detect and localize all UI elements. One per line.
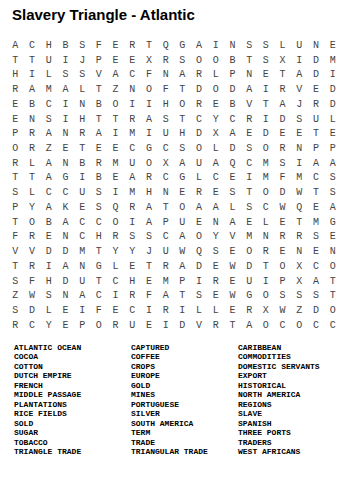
grid-cell-r1c17[interactable]: L (274, 38, 291, 53)
grid-cell-r4c3[interactable]: M (40, 82, 57, 97)
grid-cell-r16c11[interactable]: A (174, 259, 191, 274)
grid-cell-r5c2[interactable]: B (24, 97, 41, 112)
grid-cell-r15c2[interactable]: V (24, 244, 41, 259)
grid-cell-r6c1[interactable]: E (7, 112, 24, 127)
grid-cell-r18c5[interactable]: A (74, 288, 91, 303)
grid-cell-r9c11[interactable]: A (174, 156, 191, 171)
grid-cell-r14c16[interactable]: N (258, 230, 275, 245)
grid-cell-r9c20[interactable]: A (324, 156, 341, 171)
grid-cell-r7c12[interactable]: D (191, 126, 208, 141)
grid-cell-r13c6[interactable]: C (91, 215, 108, 230)
grid-cell-r14c20[interactable]: E (324, 230, 341, 245)
grid-cell-r18c8[interactable]: R (124, 288, 141, 303)
grid-cell-r15c14[interactable]: E (224, 244, 241, 259)
grid-cell-r19c6[interactable]: F (91, 303, 108, 318)
grid-cell-r7c11[interactable]: H (174, 126, 191, 141)
grid-cell-r18c20[interactable]: T (324, 288, 341, 303)
grid-cell-r15c9[interactable]: J (141, 244, 158, 259)
grid-cell-r5c18[interactable]: J (291, 97, 308, 112)
grid-cell-r2c4[interactable]: I (57, 53, 74, 68)
grid-cell-r5c8[interactable]: I (124, 97, 141, 112)
grid-cell-r1c18[interactable]: U (291, 38, 308, 53)
grid-cell-r12c3[interactable]: A (40, 200, 57, 215)
grid-cell-r15c11[interactable]: W (174, 244, 191, 259)
grid-cell-r11c6[interactable]: S (91, 185, 108, 200)
grid-cell-r17c19[interactable]: A (308, 274, 325, 289)
grid-cell-r11c18[interactable]: W (291, 185, 308, 200)
grid-cell-r10c15[interactable]: I (241, 171, 258, 186)
grid-cell-r2c5[interactable]: J (74, 53, 91, 68)
grid-cell-r20c10[interactable]: I (157, 318, 174, 333)
grid-cell-r17c6[interactable]: T (91, 274, 108, 289)
grid-cell-r7c2[interactable]: R (24, 126, 41, 141)
grid-cell-r18c14[interactable]: W (224, 288, 241, 303)
grid-cell-r13c17[interactable]: E (274, 215, 291, 230)
grid-cell-r14c1[interactable]: F (7, 230, 24, 245)
grid-cell-r15c15[interactable]: O (241, 244, 258, 259)
grid-cell-r5c10[interactable]: H (157, 97, 174, 112)
grid-cell-r17c5[interactable]: U (74, 274, 91, 289)
grid-cell-r8c19[interactable]: P (308, 141, 325, 156)
grid-cell-r17c18[interactable]: X (291, 274, 308, 289)
grid-cell-r3c10[interactable]: N (157, 67, 174, 82)
grid-cell-r11c7[interactable]: I (107, 185, 124, 200)
grid-cell-r20c11[interactable]: D (174, 318, 191, 333)
grid-cell-r15c1[interactable]: V (7, 244, 24, 259)
grid-cell-r5c17[interactable]: A (274, 97, 291, 112)
grid-cell-r19c8[interactable]: C (124, 303, 141, 318)
grid-cell-r18c3[interactable]: S (40, 288, 57, 303)
grid-cell-r11c13[interactable]: E (207, 185, 224, 200)
grid-cell-r4c16[interactable]: I (258, 82, 275, 97)
grid-cell-r12c1[interactable]: P (7, 200, 24, 215)
grid-cell-r7c18[interactable]: E (291, 126, 308, 141)
grid-cell-r16c19[interactable]: C (308, 259, 325, 274)
grid-cell-r8c1[interactable]: O (7, 141, 24, 156)
grid-cell-r6c10[interactable]: S (157, 112, 174, 127)
grid-cell-r8c12[interactable]: O (191, 141, 208, 156)
grid-cell-r5c9[interactable]: I (141, 97, 158, 112)
grid-cell-r20c17[interactable]: C (274, 318, 291, 333)
grid-cell-r8c11[interactable]: S (174, 141, 191, 156)
grid-cell-r2c18[interactable]: I (291, 53, 308, 68)
word-search-grid[interactable]: ACHBSFERTQGAINSSLUNETTUIJPEEXRSOOBTSXIDM… (7, 38, 341, 333)
grid-cell-r17c15[interactable]: U (241, 274, 258, 289)
grid-cell-r7c3[interactable]: A (40, 126, 57, 141)
grid-cell-r7c10[interactable]: U (157, 126, 174, 141)
grid-cell-r8c4[interactable]: E (57, 141, 74, 156)
grid-cell-r1c16[interactable]: S (258, 38, 275, 53)
grid-cell-r11c20[interactable]: S (324, 185, 341, 200)
grid-cell-r19c17[interactable]: W (274, 303, 291, 318)
grid-cell-r2c12[interactable]: O (191, 53, 208, 68)
grid-cell-r17c20[interactable]: T (324, 274, 341, 289)
grid-cell-r1c11[interactable]: G (174, 38, 191, 53)
grid-cell-r13c1[interactable]: T (7, 215, 24, 230)
grid-cell-r12c16[interactable]: C (258, 200, 275, 215)
grid-cell-r20c13[interactable]: R (207, 318, 224, 333)
grid-cell-r11c5[interactable]: U (74, 185, 91, 200)
grid-cell-r19c14[interactable]: E (224, 303, 241, 318)
grid-cell-r14c3[interactable]: E (40, 230, 57, 245)
grid-cell-r6c11[interactable]: T (174, 112, 191, 127)
grid-cell-r19c10[interactable]: R (157, 303, 174, 318)
grid-cell-r10c6[interactable]: B (91, 171, 108, 186)
grid-cell-r19c7[interactable]: E (107, 303, 124, 318)
grid-cell-r11c11[interactable]: E (174, 185, 191, 200)
grid-cell-r3c5[interactable]: S (74, 67, 91, 82)
grid-cell-r10c9[interactable]: R (141, 171, 158, 186)
grid-cell-r19c19[interactable]: D (308, 303, 325, 318)
grid-cell-r1c2[interactable]: C (24, 38, 41, 53)
grid-cell-r2c3[interactable]: U (40, 53, 57, 68)
grid-cell-r10c16[interactable]: M (258, 171, 275, 186)
grid-cell-r6c13[interactable]: Y (207, 112, 224, 127)
grid-cell-r15c16[interactable]: R (258, 244, 275, 259)
grid-cell-r7c17[interactable]: E (274, 126, 291, 141)
grid-cell-r4c8[interactable]: N (124, 82, 141, 97)
grid-cell-r9c18[interactable]: I (291, 156, 308, 171)
grid-cell-r11c16[interactable]: O (258, 185, 275, 200)
grid-cell-r11c8[interactable]: M (124, 185, 141, 200)
grid-cell-r7c16[interactable]: D (258, 126, 275, 141)
grid-cell-r2c17[interactable]: X (274, 53, 291, 68)
grid-cell-r1c8[interactable]: R (124, 38, 141, 53)
grid-cell-r16c6[interactable]: G (91, 259, 108, 274)
grid-cell-r11c19[interactable]: T (308, 185, 325, 200)
grid-cell-r2c13[interactable]: O (207, 53, 224, 68)
grid-cell-r9c16[interactable]: M (258, 156, 275, 171)
grid-cell-r3c19[interactable]: D (308, 67, 325, 82)
grid-cell-r4c5[interactable]: L (74, 82, 91, 97)
grid-cell-r18c1[interactable]: Z (7, 288, 24, 303)
grid-cell-r8c8[interactable]: C (124, 141, 141, 156)
grid-cell-r4c11[interactable]: T (174, 82, 191, 97)
grid-cell-r10c5[interactable]: I (74, 171, 91, 186)
grid-cell-r14c6[interactable]: H (91, 230, 108, 245)
grid-cell-r13c11[interactable]: U (174, 215, 191, 230)
grid-cell-r16c9[interactable]: T (141, 259, 158, 274)
grid-cell-r11c9[interactable]: H (141, 185, 158, 200)
grid-cell-r5c19[interactable]: R (308, 97, 325, 112)
grid-cell-r8c13[interactable]: L (207, 141, 224, 156)
grid-cell-r20c6[interactable]: O (91, 318, 108, 333)
grid-cell-r2c6[interactable]: P (91, 53, 108, 68)
grid-cell-r15c4[interactable]: D (57, 244, 74, 259)
grid-cell-r1c5[interactable]: S (74, 38, 91, 53)
grid-cell-r1c12[interactable]: A (191, 38, 208, 53)
grid-cell-r20c8[interactable]: U (124, 318, 141, 333)
grid-cell-r4c19[interactable]: E (308, 82, 325, 97)
grid-cell-r18c10[interactable]: A (157, 288, 174, 303)
grid-cell-r5c12[interactable]: R (191, 97, 208, 112)
grid-cell-r8c5[interactable]: T (74, 141, 91, 156)
grid-cell-r16c10[interactable]: R (157, 259, 174, 274)
grid-cell-r10c3[interactable]: A (40, 171, 57, 186)
grid-cell-r9c15[interactable]: C (241, 156, 258, 171)
grid-cell-r1c14[interactable]: N (224, 38, 241, 53)
grid-cell-r9c4[interactable]: N (57, 156, 74, 171)
grid-cell-r1c19[interactable]: N (308, 38, 325, 53)
grid-cell-r17c3[interactable]: H (40, 274, 57, 289)
grid-cell-r9c14[interactable]: Q (224, 156, 241, 171)
grid-cell-r16c7[interactable]: L (107, 259, 124, 274)
grid-cell-r20c18[interactable]: O (291, 318, 308, 333)
grid-cell-r2c1[interactable]: T (7, 53, 24, 68)
grid-cell-r5c3[interactable]: C (40, 97, 57, 112)
grid-cell-r11c3[interactable]: C (40, 185, 57, 200)
grid-cell-r13c20[interactable]: G (324, 215, 341, 230)
grid-cell-r14c4[interactable]: N (57, 230, 74, 245)
grid-cell-r9c10[interactable]: X (157, 156, 174, 171)
grid-cell-r3c2[interactable]: I (24, 67, 41, 82)
grid-cell-r5c20[interactable]: D (324, 97, 341, 112)
grid-cell-r7c15[interactable]: E (241, 126, 258, 141)
grid-cell-r3c9[interactable]: F (141, 67, 158, 82)
grid-cell-r18c15[interactable]: G (241, 288, 258, 303)
grid-cell-r3c15[interactable]: N (241, 67, 258, 82)
grid-cell-r5c11[interactable]: O (174, 97, 191, 112)
grid-cell-r7c7[interactable]: I (107, 126, 124, 141)
grid-cell-r5c16[interactable]: T (258, 97, 275, 112)
grid-cell-r3c3[interactable]: L (40, 67, 57, 82)
grid-cell-r4c17[interactable]: R (274, 82, 291, 97)
grid-cell-r6c12[interactable]: C (191, 112, 208, 127)
grid-cell-r8c20[interactable]: P (324, 141, 341, 156)
grid-cell-r1c9[interactable]: T (141, 38, 158, 53)
grid-cell-r4c10[interactable]: F (157, 82, 174, 97)
grid-cell-r17c2[interactable]: F (24, 274, 41, 289)
grid-cell-r14c7[interactable]: R (107, 230, 124, 245)
grid-cell-r15c12[interactable]: Q (191, 244, 208, 259)
grid-cell-r4c4[interactable]: A (57, 82, 74, 97)
grid-cell-r19c2[interactable]: D (24, 303, 41, 318)
grid-cell-r19c9[interactable]: I (141, 303, 158, 318)
grid-cell-r18c11[interactable]: T (174, 288, 191, 303)
grid-cell-r9c3[interactable]: A (40, 156, 57, 171)
grid-cell-r20c16[interactable]: O (258, 318, 275, 333)
grid-cell-r3c7[interactable]: A (107, 67, 124, 82)
grid-cell-r16c1[interactable]: T (7, 259, 24, 274)
grid-cell-r17c8[interactable]: H (124, 274, 141, 289)
grid-cell-r20c2[interactable]: C (24, 318, 41, 333)
grid-cell-r16c3[interactable]: I (40, 259, 57, 274)
grid-cell-r6c19[interactable]: U (308, 112, 325, 127)
grid-cell-r11c2[interactable]: L (24, 185, 41, 200)
grid-cell-r8c6[interactable]: E (91, 141, 108, 156)
grid-cell-r15c13[interactable]: S (207, 244, 224, 259)
grid-cell-r12c6[interactable]: S (91, 200, 108, 215)
grid-cell-r2c9[interactable]: X (141, 53, 158, 68)
grid-cell-r13c4[interactable]: A (57, 215, 74, 230)
grid-cell-r7c13[interactable]: X (207, 126, 224, 141)
grid-cell-r4c2[interactable]: A (24, 82, 41, 97)
grid-cell-r9c12[interactable]: U (191, 156, 208, 171)
grid-cell-r20c12[interactable]: V (191, 318, 208, 333)
grid-cell-r18c7[interactable]: I (107, 288, 124, 303)
grid-cell-r4c20[interactable]: D (324, 82, 341, 97)
grid-cell-r11c17[interactable]: D (274, 185, 291, 200)
grid-cell-r8c18[interactable]: N (291, 141, 308, 156)
grid-cell-r8c9[interactable]: G (141, 141, 158, 156)
grid-cell-r6c9[interactable]: A (141, 112, 158, 127)
grid-cell-r14c5[interactable]: C (74, 230, 91, 245)
grid-cell-r14c13[interactable]: Y (207, 230, 224, 245)
grid-cell-r10c19[interactable]: C (308, 171, 325, 186)
grid-cell-r16c20[interactable]: O (324, 259, 341, 274)
grid-cell-r6c7[interactable]: T (107, 112, 124, 127)
grid-cell-r12c8[interactable]: R (124, 200, 141, 215)
grid-cell-r19c20[interactable]: O (324, 303, 341, 318)
grid-cell-r1c7[interactable]: E (107, 38, 124, 53)
grid-cell-r13c19[interactable]: M (308, 215, 325, 230)
grid-cell-r2c7[interactable]: E (107, 53, 124, 68)
grid-cell-r4c7[interactable]: Z (107, 82, 124, 97)
grid-cell-r12c7[interactable]: Q (107, 200, 124, 215)
grid-cell-r3c16[interactable]: E (258, 67, 275, 82)
grid-cell-r8c3[interactable]: Z (40, 141, 57, 156)
grid-cell-r12c18[interactable]: Q (291, 200, 308, 215)
grid-cell-r4c18[interactable]: V (291, 82, 308, 97)
grid-cell-r3c6[interactable]: V (91, 67, 108, 82)
grid-cell-r9c5[interactable]: B (74, 156, 91, 171)
grid-cell-r10c11[interactable]: G (174, 171, 191, 186)
grid-cell-r16c12[interactable]: D (191, 259, 208, 274)
grid-cell-r17c4[interactable]: D (57, 274, 74, 289)
grid-cell-r10c13[interactable]: C (207, 171, 224, 186)
grid-cell-r18c4[interactable]: N (57, 288, 74, 303)
grid-cell-r13c2[interactable]: O (24, 215, 41, 230)
grid-cell-r1c3[interactable]: H (40, 38, 57, 53)
grid-cell-r5c14[interactable]: B (224, 97, 241, 112)
grid-cell-r13c3[interactable]: B (40, 215, 57, 230)
grid-cell-r6c18[interactable]: S (291, 112, 308, 127)
grid-cell-r20c20[interactable]: C (324, 318, 341, 333)
grid-cell-r11c15[interactable]: T (241, 185, 258, 200)
grid-cell-r8c2[interactable]: R (24, 141, 41, 156)
grid-cell-r20c1[interactable]: R (7, 318, 24, 333)
grid-cell-r3c13[interactable]: L (207, 67, 224, 82)
grid-cell-r15c3[interactable]: D (40, 244, 57, 259)
grid-cell-r12c17[interactable]: W (274, 200, 291, 215)
grid-cell-r18c6[interactable]: C (91, 288, 108, 303)
grid-cell-r19c13[interactable]: L (207, 303, 224, 318)
grid-cell-r16c5[interactable]: N (74, 259, 91, 274)
grid-cell-r9c2[interactable]: L (24, 156, 41, 171)
grid-cell-r12c10[interactable]: T (157, 200, 174, 215)
grid-cell-r14c18[interactable]: R (291, 230, 308, 245)
grid-cell-r18c2[interactable]: W (24, 288, 41, 303)
grid-cell-r11c4[interactable]: C (57, 185, 74, 200)
grid-cell-r20c9[interactable]: E (141, 318, 158, 333)
grid-cell-r13c18[interactable]: T (291, 215, 308, 230)
grid-cell-r6c2[interactable]: N (24, 112, 41, 127)
grid-cell-r17c17[interactable]: P (274, 274, 291, 289)
grid-cell-r1c1[interactable]: A (7, 38, 24, 53)
grid-cell-r3c8[interactable]: C (124, 67, 141, 82)
grid-cell-r15c8[interactable]: Y (124, 244, 141, 259)
grid-cell-r17c10[interactable]: M (157, 274, 174, 289)
grid-cell-r12c9[interactable]: A (141, 200, 158, 215)
grid-cell-r15c19[interactable]: E (308, 244, 325, 259)
grid-cell-r7c8[interactable]: M (124, 126, 141, 141)
grid-cell-r13c5[interactable]: C (74, 215, 91, 230)
grid-cell-r14c10[interactable]: C (157, 230, 174, 245)
grid-cell-r5c13[interactable]: E (207, 97, 224, 112)
grid-cell-r19c12[interactable]: L (191, 303, 208, 318)
grid-cell-r17c13[interactable]: R (207, 274, 224, 289)
grid-cell-r18c19[interactable]: S (308, 288, 325, 303)
grid-cell-r13c14[interactable]: A (224, 215, 241, 230)
grid-cell-r19c3[interactable]: L (40, 303, 57, 318)
grid-cell-r3c17[interactable]: T (274, 67, 291, 82)
grid-cell-r16c15[interactable]: D (241, 259, 258, 274)
grid-cell-r7c20[interactable]: E (324, 126, 341, 141)
grid-cell-r6c3[interactable]: S (40, 112, 57, 127)
grid-cell-r8c7[interactable]: E (107, 141, 124, 156)
grid-cell-r5c4[interactable]: I (57, 97, 74, 112)
grid-cell-r2c10[interactable]: R (157, 53, 174, 68)
grid-cell-r13c15[interactable]: E (241, 215, 258, 230)
grid-cell-r19c1[interactable]: S (7, 303, 24, 318)
grid-cell-r13c8[interactable]: I (124, 215, 141, 230)
grid-cell-r14c14[interactable]: V (224, 230, 241, 245)
grid-cell-r18c13[interactable]: E (207, 288, 224, 303)
grid-cell-r9c9[interactable]: O (141, 156, 158, 171)
grid-cell-r17c11[interactable]: P (174, 274, 191, 289)
grid-cell-r7c5[interactable]: R (74, 126, 91, 141)
grid-cell-r18c18[interactable]: S (291, 288, 308, 303)
grid-cell-r7c19[interactable]: T (308, 126, 325, 141)
grid-cell-r14c11[interactable]: A (174, 230, 191, 245)
grid-cell-r3c1[interactable]: H (7, 67, 24, 82)
grid-cell-r13c10[interactable]: P (157, 215, 174, 230)
grid-cell-r13c12[interactable]: E (191, 215, 208, 230)
grid-cell-r9c17[interactable]: S (274, 156, 291, 171)
grid-cell-r12c13[interactable]: A (207, 200, 224, 215)
grid-cell-r10c17[interactable]: F (274, 171, 291, 186)
grid-cell-r8c14[interactable]: D (224, 141, 241, 156)
grid-cell-r2c19[interactable]: D (308, 53, 325, 68)
grid-cell-r15c5[interactable]: M (74, 244, 91, 259)
grid-cell-r10c8[interactable]: A (124, 171, 141, 186)
grid-cell-r8c10[interactable]: C (157, 141, 174, 156)
grid-cell-r10c12[interactable]: L (191, 171, 208, 186)
grid-cell-r7c14[interactable]: A (224, 126, 241, 141)
grid-cell-r19c18[interactable]: Z (291, 303, 308, 318)
grid-cell-r20c14[interactable]: T (224, 318, 241, 333)
grid-cell-r12c12[interactable]: A (191, 200, 208, 215)
grid-cell-r19c15[interactable]: R (241, 303, 258, 318)
grid-cell-r6c15[interactable]: R (241, 112, 258, 127)
grid-cell-r4c1[interactable]: R (7, 82, 24, 97)
grid-cell-r8c16[interactable]: O (258, 141, 275, 156)
grid-cell-r4c14[interactable]: D (224, 82, 241, 97)
grid-cell-r10c20[interactable]: S (324, 171, 341, 186)
grid-cell-r9c6[interactable]: R (91, 156, 108, 171)
grid-cell-r12c5[interactable]: E (74, 200, 91, 215)
grid-cell-r6c14[interactable]: C (224, 112, 241, 127)
grid-cell-r1c10[interactable]: Q (157, 38, 174, 53)
grid-cell-r12c4[interactable]: K (57, 200, 74, 215)
grid-cell-r3c20[interactable]: I (324, 67, 341, 82)
grid-cell-r11c14[interactable]: S (224, 185, 241, 200)
grid-cell-r1c13[interactable]: I (207, 38, 224, 53)
grid-cell-r13c9[interactable]: A (141, 215, 158, 230)
grid-cell-r1c4[interactable]: B (57, 38, 74, 53)
grid-cell-r16c4[interactable]: A (57, 259, 74, 274)
grid-cell-r2c8[interactable]: E (124, 53, 141, 68)
